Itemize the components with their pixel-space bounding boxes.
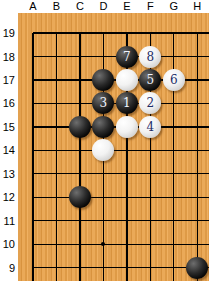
stone-white-move-8[interactable]: 8 <box>139 46 161 68</box>
grid-line <box>33 32 209 34</box>
grid-line <box>33 244 209 245</box>
row-label: 17 <box>0 73 15 87</box>
row-label: 16 <box>0 96 15 110</box>
row-label: 19 <box>0 26 15 40</box>
stone-white[interactable] <box>116 116 138 138</box>
grid-line <box>197 33 198 281</box>
column-label: A <box>23 0 43 13</box>
grid-line <box>79 33 80 281</box>
stone-black[interactable] <box>186 257 208 279</box>
stone-black-move-7[interactable]: 7 <box>116 46 138 68</box>
row-label: 12 <box>0 190 15 204</box>
column-label: C <box>70 0 90 13</box>
row-label: 15 <box>0 120 15 134</box>
grid-line <box>33 220 209 221</box>
stone-white[interactable] <box>116 69 138 91</box>
row-label: 10 <box>0 237 15 251</box>
grid-line <box>33 267 209 268</box>
grid-line <box>56 33 57 281</box>
row-label: 9 <box>0 261 15 275</box>
column-label: G <box>164 0 184 13</box>
row-label: 18 <box>0 50 15 64</box>
stone-black[interactable] <box>69 116 91 138</box>
row-label: 14 <box>0 143 15 157</box>
grid-line <box>33 173 209 174</box>
grid-line <box>33 197 209 198</box>
row-label: 11 <box>0 214 15 228</box>
grid-line <box>33 150 209 151</box>
go-diagram: ABCDEFGH191817161514131211109 78563124 <box>0 0 209 281</box>
column-label: H <box>187 0 207 13</box>
row-label: 13 <box>0 167 15 181</box>
column-label: E <box>117 0 137 13</box>
column-label: F <box>140 0 160 13</box>
grid-line <box>32 33 33 281</box>
stone-white-move-6[interactable]: 6 <box>163 69 185 91</box>
column-label: B <box>47 0 67 13</box>
column-label: D <box>93 0 113 13</box>
